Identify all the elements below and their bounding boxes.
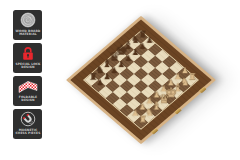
black-pawn: ♟ (89, 79, 111, 87)
board-frame: ♜♞♝♛♚♝♞♜♟♟♟♟♟♟♟♟♟♟♟♟♟♟♟♟♜♞♝♛♚♝♞♜ (70, 19, 211, 140)
board-edge: ♜♞♝♛♚♝♞♜♟♟♟♟♟♟♟♟♟♟♟♟♟♟♟♟♜♞♝♛♚♝♞♜ (66, 16, 216, 144)
board-grid: ♜♞♝♛♚♝♞♜♟♟♟♟♟♟♟♟♟♟♟♟♟♟♟♟♜♞♝♛♚♝♞♜ (83, 30, 199, 129)
white-rook: ♜ (131, 114, 153, 124)
product-image: WOOD BOARD MATERIAL SPECIAL LOCK DESIGN (0, 0, 240, 160)
chess-board: ♜♞♝♛♚♝♞♜♟♟♟♟♟♟♟♟♟♟♟♟♟♟♟♟♜♞♝♛♚♝♞♜ (66, 16, 216, 144)
square-a1: ♜ (134, 116, 148, 128)
chess-set-photo: ♜♞♝♛♚♝♞♜♟♟♟♟♟♟♟♟♟♟♟♟♟♟♟♟♜♞♝♛♚♝♞♜ (0, 0, 240, 160)
